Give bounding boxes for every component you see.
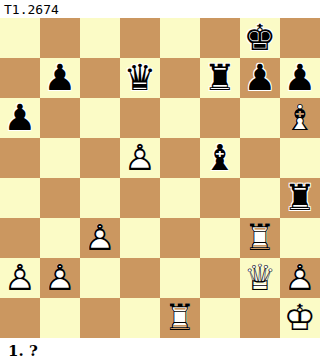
square-g4[interactable]	[240, 178, 280, 218]
square-d4[interactable]	[120, 178, 160, 218]
white-bishop: ♗	[280, 98, 320, 138]
square-e1[interactable]: ♜♖	[160, 298, 200, 338]
white-rook: ♖	[160, 298, 200, 338]
square-d7[interactable]: ♛	[120, 58, 160, 98]
square-d8[interactable]	[120, 18, 160, 58]
square-g5[interactable]	[240, 138, 280, 178]
square-f4[interactable]	[200, 178, 240, 218]
white-pawn: ♙	[0, 258, 40, 298]
square-c1[interactable]	[80, 298, 120, 338]
white-queen-fill: ♛	[240, 258, 280, 298]
square-e7[interactable]	[160, 58, 200, 98]
square-b4[interactable]	[40, 178, 80, 218]
square-f5[interactable]: ♝	[200, 138, 240, 178]
square-d6[interactable]	[120, 98, 160, 138]
square-g6[interactable]	[240, 98, 280, 138]
square-f1[interactable]	[200, 298, 240, 338]
square-d2[interactable]	[120, 258, 160, 298]
square-h2[interactable]: ♟♙	[280, 258, 320, 298]
white-pawn: ♙	[120, 138, 160, 178]
square-h4[interactable]: ♜	[280, 178, 320, 218]
square-b3[interactable]	[40, 218, 80, 258]
black-bishop: ♝	[200, 138, 240, 178]
square-a3[interactable]	[0, 218, 40, 258]
square-b7[interactable]: ♟	[40, 58, 80, 98]
square-c6[interactable]	[80, 98, 120, 138]
chess-puzzle-app: T1.2674 ♚♟♛♜♟♟♟♝♗♟♙♝♜♟♙♜♖♟♙♟♙♛♕♟♙♜♖♚♔ 1.…	[0, 0, 320, 360]
square-e2[interactable]	[160, 258, 200, 298]
square-c3[interactable]: ♟♙	[80, 218, 120, 258]
square-b2[interactable]: ♟♙	[40, 258, 80, 298]
square-a8[interactable]	[0, 18, 40, 58]
white-rook-fill: ♜	[240, 218, 280, 258]
square-b6[interactable]	[40, 98, 80, 138]
square-b1[interactable]	[40, 298, 80, 338]
square-h8[interactable]	[280, 18, 320, 58]
white-pawn-fill: ♟	[120, 138, 160, 178]
white-queen: ♕	[240, 258, 280, 298]
square-a4[interactable]	[0, 178, 40, 218]
square-e3[interactable]	[160, 218, 200, 258]
square-f6[interactable]	[200, 98, 240, 138]
square-d3[interactable]	[120, 218, 160, 258]
square-g1[interactable]	[240, 298, 280, 338]
square-b8[interactable]	[40, 18, 80, 58]
black-pawn: ♟	[40, 58, 80, 98]
square-f8[interactable]	[200, 18, 240, 58]
black-pawn: ♟	[240, 58, 280, 98]
move-prompt: 1. ?	[0, 338, 320, 360]
white-king-fill: ♚	[280, 298, 320, 338]
square-h3[interactable]	[280, 218, 320, 258]
square-e4[interactable]	[160, 178, 200, 218]
black-queen: ♛	[120, 58, 160, 98]
white-pawn: ♙	[40, 258, 80, 298]
black-pawn: ♟	[0, 98, 40, 138]
white-bishop-fill: ♝	[280, 98, 320, 138]
white-pawn: ♙	[280, 258, 320, 298]
black-rook: ♜	[200, 58, 240, 98]
square-f2[interactable]	[200, 258, 240, 298]
square-e6[interactable]	[160, 98, 200, 138]
square-b5[interactable]	[40, 138, 80, 178]
white-pawn: ♙	[80, 218, 120, 258]
white-pawn-fill: ♟	[280, 258, 320, 298]
white-pawn-fill: ♟	[80, 218, 120, 258]
square-e8[interactable]	[160, 18, 200, 58]
square-c5[interactable]	[80, 138, 120, 178]
square-a7[interactable]	[0, 58, 40, 98]
square-a1[interactable]	[0, 298, 40, 338]
puzzle-title: T1.2674	[0, 0, 320, 18]
square-h6[interactable]: ♝♗	[280, 98, 320, 138]
chess-board: ♚♟♛♜♟♟♟♝♗♟♙♝♜♟♙♜♖♟♙♟♙♛♕♟♙♜♖♚♔	[0, 18, 320, 338]
square-d1[interactable]	[120, 298, 160, 338]
square-h1[interactable]: ♚♔	[280, 298, 320, 338]
white-pawn-fill: ♟	[0, 258, 40, 298]
square-c4[interactable]	[80, 178, 120, 218]
square-h5[interactable]	[280, 138, 320, 178]
square-c7[interactable]	[80, 58, 120, 98]
square-a5[interactable]	[0, 138, 40, 178]
square-g7[interactable]: ♟	[240, 58, 280, 98]
black-rook: ♜	[280, 178, 320, 218]
square-g2[interactable]: ♛♕	[240, 258, 280, 298]
square-a2[interactable]: ♟♙	[0, 258, 40, 298]
black-pawn: ♟	[280, 58, 320, 98]
white-king: ♔	[280, 298, 320, 338]
black-king: ♚	[240, 18, 280, 58]
square-g8[interactable]: ♚	[240, 18, 280, 58]
square-f3[interactable]	[200, 218, 240, 258]
square-f7[interactable]: ♜	[200, 58, 240, 98]
square-c8[interactable]	[80, 18, 120, 58]
square-c2[interactable]	[80, 258, 120, 298]
square-a6[interactable]: ♟	[0, 98, 40, 138]
square-d5[interactable]: ♟♙	[120, 138, 160, 178]
square-g3[interactable]: ♜♖	[240, 218, 280, 258]
white-pawn-fill: ♟	[40, 258, 80, 298]
white-rook: ♖	[240, 218, 280, 258]
square-e5[interactable]	[160, 138, 200, 178]
white-rook-fill: ♜	[160, 298, 200, 338]
square-h7[interactable]: ♟	[280, 58, 320, 98]
